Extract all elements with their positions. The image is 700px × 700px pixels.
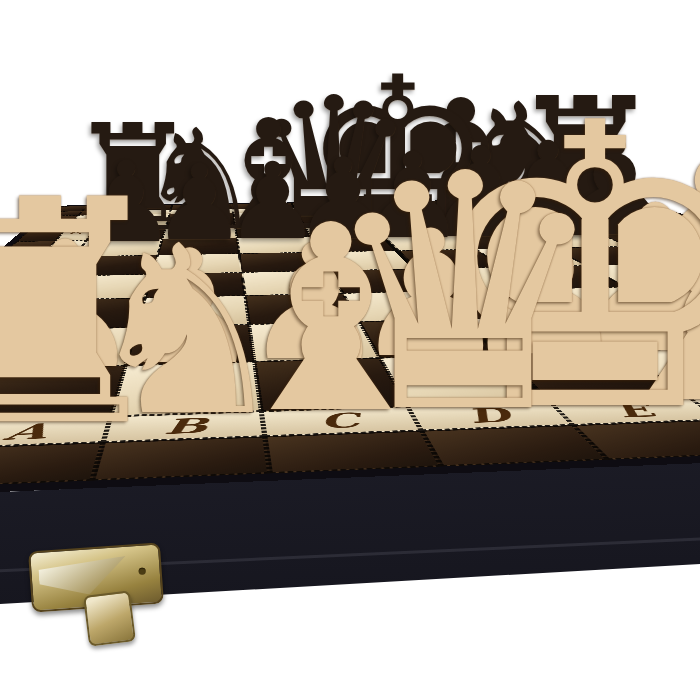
chess-set-photo: ABCDEFGH8877665544332211ABCDEFGH ♜♞♝♚♛♝♞… (0, 0, 700, 700)
piece-white-rook-a1: ♜ (0, 160, 179, 469)
pieces-layer: ♜♞♝♚♛♝♞♜♟♟♟♟♟♟♟♟♟♟♟♟♟♟♟♟♜♞♝♚♛♝♞♜ (0, 0, 700, 700)
